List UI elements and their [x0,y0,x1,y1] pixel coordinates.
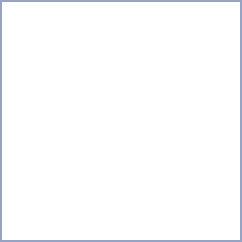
chess-board-container [0,0,242,242]
chess-board [0,0,242,242]
